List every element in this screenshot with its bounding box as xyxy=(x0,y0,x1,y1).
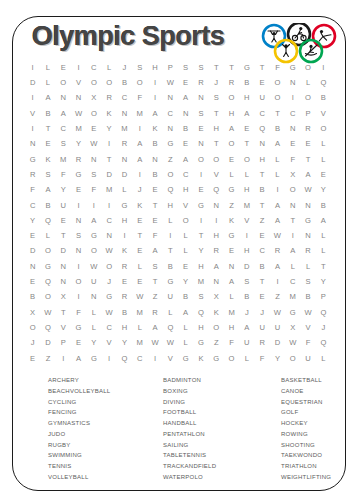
grid-cell: E xyxy=(86,121,101,136)
grid-cell: I xyxy=(25,91,40,106)
grid-cell: L xyxy=(270,152,285,167)
grid-cell: O xyxy=(71,274,86,289)
grid-cell: B xyxy=(147,137,162,152)
grid-cell: N xyxy=(178,106,193,121)
grid-cell: E xyxy=(132,274,147,289)
grid-cell: G xyxy=(86,228,101,243)
grid-cell: A xyxy=(56,106,71,121)
word-list-column-3: BASKETBALLCANOEEQUESTRIANGOLFHOCKEYROWIN… xyxy=(281,375,336,483)
grid-cell: O xyxy=(102,259,117,274)
grid-cell: H xyxy=(239,91,254,106)
grid-cell: W xyxy=(163,335,178,350)
grid-cell: R xyxy=(209,244,224,259)
grid-cell: Z xyxy=(147,290,162,305)
grid-cell: T xyxy=(316,259,331,274)
grid-cell: E xyxy=(147,182,162,197)
grid-cell: L xyxy=(316,351,331,366)
grid-cell: N xyxy=(300,228,315,243)
grid-cell: U xyxy=(255,320,270,335)
grid-cell: O xyxy=(40,244,55,259)
grid-cell: A xyxy=(270,198,285,213)
grid-cell: O xyxy=(25,320,40,335)
grid-cell: W xyxy=(270,228,285,243)
grid-cell: W xyxy=(163,75,178,90)
grid-cell: A xyxy=(132,152,147,167)
grid-cell: F xyxy=(25,182,40,197)
word-list-item: BOXING xyxy=(163,386,281,397)
grid-cell: Y xyxy=(117,335,132,350)
grid-cell: N xyxy=(56,259,71,274)
grid-cell: J xyxy=(102,274,117,289)
grid-cell: A xyxy=(132,137,147,152)
grid-cell: T xyxy=(147,198,162,213)
word-list-item: SWIMMING xyxy=(48,450,163,461)
grid-cell: O xyxy=(209,320,224,335)
grid-cell: O xyxy=(270,75,285,90)
grid-cell: A xyxy=(270,137,285,152)
grid-cell: H xyxy=(209,121,224,136)
grid-cell: M xyxy=(132,305,147,320)
grid-cell: N xyxy=(285,75,300,90)
grid-cell: O xyxy=(40,290,55,305)
grid-cell: D xyxy=(270,335,285,350)
grid-cell: J xyxy=(25,335,40,350)
grid-cell: X xyxy=(285,320,300,335)
grid-cell: B xyxy=(147,167,162,182)
grid-cell: T xyxy=(270,106,285,121)
grid-cell: A xyxy=(209,259,224,274)
grid-cell: G xyxy=(224,182,239,197)
grid-cell: A xyxy=(40,182,55,197)
grid-cell: V xyxy=(25,106,40,121)
grid-cell: Q xyxy=(209,182,224,197)
grid-cell: C xyxy=(56,121,71,136)
grid-cell: V xyxy=(316,106,331,121)
grid-cell: K xyxy=(209,305,224,320)
grid-cell: J xyxy=(316,320,331,335)
grid-cell: Y xyxy=(193,244,208,259)
grid-cell: G xyxy=(285,60,300,75)
grid-cell: I xyxy=(102,137,117,152)
grid-cell: E xyxy=(178,75,193,90)
grid-cell: E xyxy=(132,213,147,228)
grid-cell: E xyxy=(147,213,162,228)
grid-cell: R xyxy=(25,167,40,182)
grid-cell: D xyxy=(25,75,40,90)
grid-cell: Y xyxy=(56,182,71,197)
grid-cell: U xyxy=(255,91,270,106)
grid-cell: E xyxy=(132,244,147,259)
grid-cell: T xyxy=(40,121,55,136)
grid-cell: E xyxy=(224,244,239,259)
grid-cell: N xyxy=(71,91,86,106)
grid-cell: M xyxy=(117,121,132,136)
word-list-item: CANOE xyxy=(281,386,336,397)
grid-cell: G xyxy=(193,335,208,350)
grid-cell: X xyxy=(285,167,300,182)
grid-cell: B xyxy=(300,290,315,305)
grid-cell: O xyxy=(163,167,178,182)
grid-cell: E xyxy=(193,121,208,136)
word-list-item: WEIGHTLIFTING xyxy=(281,472,336,483)
grid-cell: X xyxy=(86,91,101,106)
grid-cell: Q xyxy=(316,75,331,90)
grid-cell: I xyxy=(285,228,300,243)
grid-cell: N xyxy=(71,244,86,259)
grid-cell: O xyxy=(270,91,285,106)
grid-cell: O xyxy=(300,60,315,75)
word-list-item: ARCHERY xyxy=(48,375,163,386)
grid-cell: C xyxy=(132,351,147,366)
grid-cell: N xyxy=(285,121,300,136)
grid-cell: I xyxy=(71,60,86,75)
grid-cell: R xyxy=(147,305,162,320)
grid-cell: E xyxy=(25,351,40,366)
grid-cell: B xyxy=(239,75,254,90)
grid-cell: M xyxy=(239,198,254,213)
grid-cell: I xyxy=(209,213,224,228)
grid-cell: L xyxy=(163,213,178,228)
grid-cell: M xyxy=(132,335,147,350)
grid-cell: R xyxy=(300,121,315,136)
grid-cell: Y xyxy=(25,213,40,228)
grid-cell: E xyxy=(300,137,315,152)
gymnast-pictogram xyxy=(283,44,290,56)
grid-cell: A xyxy=(147,244,162,259)
grid-cell: K xyxy=(147,121,162,136)
grid-cell: Q xyxy=(193,305,208,320)
grid-cell: O xyxy=(300,91,315,106)
grid-cell: A xyxy=(178,305,193,320)
grid-cell: T xyxy=(209,106,224,121)
grid-cell: S xyxy=(193,290,208,305)
grid-cell: T xyxy=(147,274,162,289)
grid-cell: P xyxy=(316,290,331,305)
grid-cell: L xyxy=(86,320,101,335)
word-list-item: SHOOTING xyxy=(281,440,336,451)
grid-cell: I xyxy=(71,259,86,274)
grid-cell: E xyxy=(25,228,40,243)
grid-cell: Y xyxy=(316,274,331,289)
grid-cell: Q xyxy=(117,351,132,366)
grid-cell: R xyxy=(270,244,285,259)
grid-cell: E xyxy=(56,60,71,75)
grid-cell: M xyxy=(56,152,71,167)
grid-cell: T xyxy=(209,60,224,75)
word-list-column-2: BADMINTONBOXINGDIVINGFOOTBALLHANDBALLPEN… xyxy=(163,375,281,483)
grid-cell: L xyxy=(86,305,101,320)
grid-cell: A xyxy=(316,213,331,228)
grid-cell: F xyxy=(224,335,239,350)
grid-cell: G xyxy=(40,259,55,274)
grid-cell: L xyxy=(270,167,285,182)
grid-cell: B xyxy=(239,290,254,305)
grid-cell: F xyxy=(71,305,86,320)
grid-cell: Z xyxy=(209,335,224,350)
grid-cell: I xyxy=(193,167,208,182)
grid-cell: N xyxy=(300,198,315,213)
grid-cell: G xyxy=(86,351,101,366)
grid-cell: X xyxy=(25,305,40,320)
grid-cell: C xyxy=(163,106,178,121)
grid-cell: D xyxy=(40,335,55,350)
grid-cell: L xyxy=(132,320,147,335)
word-list-item: SAILING xyxy=(163,440,281,451)
grid-cell: G xyxy=(178,351,193,366)
grid-cell: G xyxy=(224,228,239,243)
grid-cell: O xyxy=(224,91,239,106)
grid-cell: L xyxy=(40,60,55,75)
grid-cell: I xyxy=(86,198,101,213)
grid-cell: I xyxy=(270,274,285,289)
grid-cell: A xyxy=(270,259,285,274)
grid-cell: L xyxy=(40,228,55,243)
grid-cell: R xyxy=(255,335,270,350)
grid-cell: E xyxy=(178,137,193,152)
grid-cell: F xyxy=(285,152,300,167)
grid-cell: N xyxy=(193,137,208,152)
grid-cell: U xyxy=(86,274,101,289)
grid-cell: E xyxy=(255,290,270,305)
grid-cell: D xyxy=(239,259,254,274)
grid-cell: H xyxy=(239,182,254,197)
grid-cell: A xyxy=(178,152,193,167)
grid-cell: J xyxy=(239,305,254,320)
grid-cell: A xyxy=(40,91,55,106)
grid-cell: E xyxy=(255,228,270,243)
grid-cell: T xyxy=(300,152,315,167)
grid-cell: K xyxy=(193,351,208,366)
grid-cell: T xyxy=(163,244,178,259)
word-list-column-1: ARCHERYBEACHVOLLEYBALLCYCLINGFENCINGGYMN… xyxy=(48,375,163,483)
grid-cell: D xyxy=(25,244,40,259)
grid-cell: W xyxy=(86,137,101,152)
grid-cell: C xyxy=(255,106,270,121)
grid-cell: U xyxy=(56,198,71,213)
grid-cell: M xyxy=(193,274,208,289)
cyclist-pictogram xyxy=(292,27,306,41)
grid-cell: G xyxy=(25,152,40,167)
grid-cell: I xyxy=(270,182,285,197)
grid-cell: T xyxy=(56,228,71,243)
grid-cell: O xyxy=(102,75,117,90)
grid-cell: Q xyxy=(40,320,55,335)
grid-cell: B xyxy=(25,290,40,305)
grid-cell: B xyxy=(40,198,55,213)
grid-cell: B xyxy=(255,259,270,274)
word-list-item: BASKETBALL xyxy=(281,375,336,386)
grid-cell: D xyxy=(56,244,71,259)
weightlifter-pictogram xyxy=(268,31,280,42)
grid-cell: O xyxy=(209,152,224,167)
grid-cell: L xyxy=(178,335,193,350)
grid-cell: H xyxy=(117,320,132,335)
word-list-item: VOLLEYBALL xyxy=(48,472,163,483)
grid-cell: N xyxy=(86,152,101,167)
grid-cell: L xyxy=(239,167,254,182)
grid-cell: U xyxy=(163,290,178,305)
grid-cell: G xyxy=(163,137,178,152)
grid-cell: V xyxy=(71,75,86,90)
olympic-rings-logo xyxy=(261,23,341,65)
grid-cell: A xyxy=(147,320,162,335)
word-list-item: FOOTBALL xyxy=(163,407,281,418)
grid-cell: F xyxy=(147,228,162,243)
grid-cell: E xyxy=(193,182,208,197)
grid-cell: C xyxy=(86,60,101,75)
grid-cell: O xyxy=(86,244,101,259)
word-list-item: PENTATHLON xyxy=(163,429,281,440)
grid-cell: C xyxy=(285,106,300,121)
grid-cell: T xyxy=(255,198,270,213)
grid-cell: Z xyxy=(40,351,55,366)
grid-cell: I xyxy=(147,351,162,366)
grid-cell: B xyxy=(178,290,193,305)
grid-cell: N xyxy=(163,91,178,106)
grid-cell: A xyxy=(239,320,254,335)
grid-cell: I xyxy=(56,351,71,366)
word-list-item: JUDO xyxy=(48,429,163,440)
grid-cell: O xyxy=(56,75,71,90)
grid-cell: I xyxy=(25,60,40,75)
grid-cell: O xyxy=(316,121,331,136)
grid-cell: N xyxy=(102,228,117,243)
grid-cell: T xyxy=(239,137,254,152)
word-list-item: FENCING xyxy=(48,407,163,418)
grid-cell: F xyxy=(56,167,71,182)
grid-cell: K xyxy=(224,213,239,228)
grid-cell: N xyxy=(56,274,71,289)
grid-cell: E xyxy=(25,274,40,289)
grid-cell: U xyxy=(270,320,285,335)
grid-cell: S xyxy=(56,137,71,152)
grid-cell: N xyxy=(285,198,300,213)
grid-cell: C xyxy=(178,167,193,182)
grid-cell: G xyxy=(300,213,315,228)
grid-cell: A xyxy=(71,351,86,366)
grid-cell: E xyxy=(316,167,331,182)
grid-cell: O xyxy=(285,182,300,197)
grid-cell: P xyxy=(163,60,178,75)
grid-cell: D xyxy=(117,167,132,182)
grid-cell: J xyxy=(209,75,224,90)
grid-cell: M xyxy=(224,305,239,320)
grid-cell: S xyxy=(178,60,193,75)
grid-cell: K xyxy=(132,198,147,213)
grid-cell: W xyxy=(300,182,315,197)
grid-cell: W xyxy=(71,106,86,121)
grid-cell: V xyxy=(300,320,315,335)
grid-cell: L xyxy=(316,152,331,167)
grid-cell: S xyxy=(239,274,254,289)
grid-cell: R xyxy=(102,91,117,106)
word-list-item: TENNIS xyxy=(48,461,163,472)
grid-cell: A xyxy=(224,121,239,136)
grid-cell: I xyxy=(25,121,40,136)
grid-cell: Y xyxy=(102,121,117,136)
word-list-item: ROWING xyxy=(281,429,336,440)
grid-cell: S xyxy=(193,106,208,121)
grid-cell: V xyxy=(102,335,117,350)
word-list-item: CYCLING xyxy=(48,397,163,408)
grid-cell: P xyxy=(300,106,315,121)
grid-cell: O xyxy=(193,152,208,167)
grid-cell: I xyxy=(102,351,117,366)
grid-cell: S xyxy=(40,167,55,182)
word-list-item: WATERPOLO xyxy=(163,472,281,483)
grid-cell: E xyxy=(56,213,71,228)
grid-cell: N xyxy=(147,152,162,167)
page-title: Olympic Sports xyxy=(32,21,225,52)
grid-cell: G xyxy=(285,305,300,320)
grid-cell: A xyxy=(270,213,285,228)
grid-cell: J xyxy=(255,305,270,320)
grid-cell: T xyxy=(255,60,270,75)
grid-cell: F xyxy=(270,60,285,75)
grid-cell: T xyxy=(209,137,224,152)
grid-cell: L xyxy=(300,75,315,90)
grid-cell: W xyxy=(40,305,55,320)
grid-cell: I xyxy=(147,91,162,106)
grid-cell: M xyxy=(102,182,117,197)
grid-cell: S xyxy=(300,274,315,289)
word-list: ARCHERYBEACHVOLLEYBALLCYCLINGFENCINGGYMN… xyxy=(48,375,336,483)
grid-cell: R xyxy=(71,152,86,167)
grid-cell: A xyxy=(239,106,254,121)
grid-cell: E xyxy=(239,121,254,136)
grid-cell: H xyxy=(193,320,208,335)
grid-cell: E xyxy=(40,137,55,152)
grid-cell: A xyxy=(300,167,315,182)
grid-cell: H xyxy=(193,259,208,274)
grid-cell: Z xyxy=(270,290,285,305)
grid-cell: E xyxy=(285,137,300,152)
grid-cell: S xyxy=(147,259,162,274)
grid-cell: I xyxy=(117,228,132,243)
grid-cell: L xyxy=(40,75,55,90)
grid-cell: L xyxy=(224,167,239,182)
grid-cell: L xyxy=(178,320,193,335)
grid-cell: N xyxy=(224,259,239,274)
grid-cell: Z xyxy=(163,152,178,167)
grid-cell: S xyxy=(209,91,224,106)
grid-cell: L xyxy=(163,305,178,320)
grid-cell: Y xyxy=(178,274,193,289)
grid-cell: L xyxy=(117,182,132,197)
word-list-item: TRIATHLON xyxy=(281,461,336,472)
word-list-item: GYMNASTICS xyxy=(48,418,163,429)
grid-cell: Y xyxy=(71,137,86,152)
grid-cell: W xyxy=(132,290,147,305)
grid-cell: T xyxy=(193,228,208,243)
grid-cell: V xyxy=(209,167,224,182)
grid-cell: L xyxy=(132,259,147,274)
grid-cell: T xyxy=(132,228,147,243)
grid-cell: I xyxy=(193,213,208,228)
grid-cell: G xyxy=(102,290,117,305)
grid-cell: F xyxy=(255,351,270,366)
grid-cell: W xyxy=(86,259,101,274)
grid-cell: X xyxy=(56,290,71,305)
grid-cell: A xyxy=(224,274,239,289)
grid-cell: R xyxy=(224,75,239,90)
grid-cell: N xyxy=(209,198,224,213)
grid-cell: K xyxy=(102,106,117,121)
grid-cell: K xyxy=(117,244,132,259)
word-list-item: HANDBALL xyxy=(163,418,281,429)
grid-cell: O xyxy=(86,75,101,90)
grid-cell: I xyxy=(71,290,86,305)
